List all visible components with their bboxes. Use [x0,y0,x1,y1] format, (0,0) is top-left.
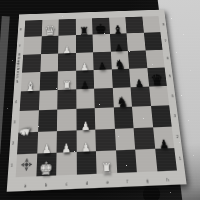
square-g7[interactable] [127,33,146,51]
brand-text: ®buychess [16,52,22,78]
rank-label: 1 [179,156,182,162]
white-rook[interactable]: ♜ [61,79,71,92]
file-label: e [106,179,109,185]
rank-label: 3 [13,119,16,124]
rank-label: 7 [164,39,167,43]
rank-label: 2 [176,134,179,139]
square-b6[interactable] [40,53,58,72]
square-h7[interactable] [144,32,163,50]
black-king[interactable]: ♚ [95,23,107,36]
square-d8[interactable]: ♜ [75,18,92,35]
square-f8[interactable]: ♝ [109,17,127,34]
white-pawn[interactable]: ♟ [81,120,90,132]
square-e3[interactable] [95,108,115,129]
board-grid: ♛♜♚♝♟♟♟♟♞♝♜♟♟♛♞♞♟♟♟♟♟ ♚♜ [16,16,177,177]
dust-speckles [0,0,1,1]
square-c3[interactable] [57,109,76,131]
file-label: h [166,177,169,183]
file-label: d [86,180,89,186]
rank-label: 3 [173,113,176,118]
rank-label: 8 [162,22,165,26]
square-a3[interactable]: ♞ [18,111,38,133]
square-g6[interactable] [128,50,147,69]
white-knight[interactable]: ♞ [16,122,32,138]
square-b4[interactable] [38,90,57,111]
square-g8[interactable] [125,17,143,34]
white-queen[interactable]: ♛ [44,25,56,39]
rank-label: 6 [166,56,169,60]
rank-label: 4 [171,93,174,98]
square-e4[interactable] [94,88,113,108]
captured-piece [143,186,160,200]
file-label: a [24,183,27,189]
black-pawn[interactable]: ♟ [80,80,89,91]
square-b3[interactable] [38,110,58,132]
black-rook[interactable]: ♜ [79,26,89,37]
square-h8[interactable] [142,16,161,33]
black-knight[interactable]: ♞ [116,95,128,109]
square-b2[interactable]: ♟ [37,131,57,154]
file-label: f [127,178,129,184]
knight-crest-logo-icon [16,153,37,177]
square-b8[interactable]: ♛ [41,19,58,36]
file-label: c [65,181,67,187]
square-d6[interactable]: ♟ [76,52,94,71]
square-h2[interactable]: ♟ [153,126,175,148]
black-pawn[interactable]: ♟ [115,43,124,53]
square-a6[interactable] [22,54,41,73]
square-h5[interactable]: ♛ [147,67,167,86]
table-left-edge [0,16,10,154]
square-e1[interactable]: ♜ [96,150,117,174]
rank-label: 2 [12,140,15,146]
black-pawn[interactable]: ♟ [159,138,170,150]
square-g3[interactable] [132,106,153,127]
rank-label: 4 [15,99,18,104]
square-a8[interactable] [24,20,42,37]
square-g1[interactable] [135,149,157,173]
white-pawn[interactable]: ♟ [62,142,72,154]
white-king[interactable]: ♚ [39,160,54,179]
square-b5[interactable] [39,71,58,91]
square-f4[interactable]: ♞ [112,87,132,107]
square-a1[interactable] [16,153,37,177]
file-label: b [45,182,48,188]
square-g5[interactable]: ♟ [129,68,149,87]
square-c7[interactable]: ♟ [58,35,75,53]
white-pawn[interactable]: ♟ [80,62,89,72]
square-f2[interactable] [114,128,135,150]
file-label: g [146,178,149,184]
square-g2[interactable] [134,127,155,149]
rank-label: 7 [18,44,20,48]
square-c5[interactable]: ♜ [58,70,76,90]
rank-label: 5 [16,80,19,85]
square-e6[interactable]: ♟ [93,51,111,70]
photo-scene: ♛♜♚♝♟♟♟♟♞♝♜♟♟♛♞♞♟♟♟♟♟ ♚♜ abcdefgh 123456… [0,0,200,200]
square-a5[interactable]: ♝ [21,72,40,92]
black-knight[interactable]: ♞ [114,58,126,71]
square-a7[interactable] [23,36,41,54]
square-h3[interactable] [151,106,172,127]
square-c2[interactable]: ♟ [57,130,77,153]
black-pawn[interactable]: ♟ [135,78,145,89]
rank-label: 1 [10,163,13,169]
chessboard-mat: ♛♜♚♝♟♟♟♟♞♝♜♟♟♛♞♞♟♟♟♟♟ ♚♜ abcdefgh 123456… [7,10,187,192]
rank-label: 8 [20,27,22,31]
square-e2[interactable] [95,128,115,151]
rank-label: 5 [168,74,171,79]
white-pawn[interactable]: ♟ [81,141,91,153]
black-pawn[interactable]: ♟ [98,61,107,71]
square-h6[interactable] [145,49,164,67]
black-queen[interactable]: ♛ [150,73,164,88]
white-pawn[interactable]: ♟ [42,143,52,155]
black-bishop[interactable]: ♝ [112,24,123,36]
square-d3[interactable]: ♟ [76,108,95,129]
white-pawn[interactable]: ♟ [63,45,71,55]
square-e8[interactable]: ♚ [92,18,109,35]
white-bishop[interactable]: ♝ [24,80,36,94]
square-f1[interactable] [116,149,137,173]
square-c8[interactable] [58,19,75,36]
white-rook[interactable]: ♜ [101,161,113,176]
